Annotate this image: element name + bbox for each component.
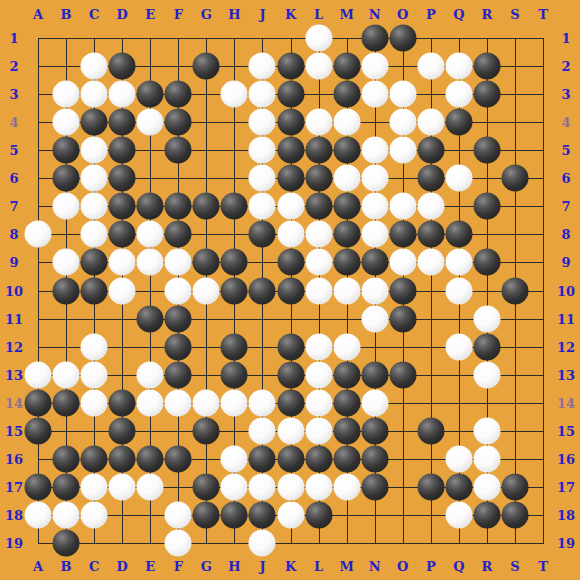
black-stone-K4[interactable] [277, 109, 304, 136]
white-stone-D10[interactable] [109, 277, 136, 304]
black-stone-J8[interactable] [249, 221, 276, 248]
row-label-left-2: 2 [9, 60, 18, 73]
black-stone-K12[interactable] [277, 333, 304, 360]
black-stone-C9[interactable] [81, 249, 108, 276]
row-label-right-17: 17 [557, 480, 575, 493]
black-stone-F8[interactable] [165, 221, 192, 248]
black-stone-J18[interactable] [249, 502, 276, 529]
white-stone-M17[interactable] [333, 473, 360, 500]
black-stone-P17[interactable] [417, 473, 444, 500]
row-label-right-15: 15 [557, 424, 575, 437]
white-stone-L14[interactable] [305, 389, 332, 416]
column-label-bottom-A: A [33, 560, 43, 573]
black-stone-F16[interactable] [165, 445, 192, 472]
black-stone-K16[interactable] [277, 445, 304, 472]
white-stone-Q9[interactable] [445, 249, 472, 276]
black-stone-F3[interactable] [165, 81, 192, 108]
white-stone-N7[interactable] [361, 193, 388, 220]
white-stone-Q6[interactable] [445, 165, 472, 192]
row-label-right-12: 12 [557, 340, 575, 353]
column-label-bottom-N: N [369, 560, 381, 573]
white-stone-C12[interactable] [81, 333, 108, 360]
row-label-right-4: 4 [561, 116, 570, 129]
white-stone-J17[interactable] [249, 473, 276, 500]
row-label-right-14: 14 [557, 396, 575, 409]
white-stone-D17[interactable] [109, 473, 136, 500]
black-stone-F5[interactable] [165, 137, 192, 164]
black-stone-E3[interactable] [137, 81, 164, 108]
white-stone-K8[interactable] [277, 221, 304, 248]
white-stone-M12[interactable] [333, 333, 360, 360]
white-stone-J3[interactable] [249, 81, 276, 108]
black-stone-M5[interactable] [333, 137, 360, 164]
black-stone-R9[interactable] [473, 249, 500, 276]
black-stone-Q17[interactable] [445, 473, 472, 500]
column-label-bottom-T: T [538, 560, 548, 573]
row-label-right-11: 11 [557, 312, 575, 325]
black-stone-H18[interactable] [221, 502, 248, 529]
white-stone-L9[interactable] [305, 249, 332, 276]
white-stone-N2[interactable] [361, 53, 388, 80]
black-stone-S10[interactable] [502, 277, 529, 304]
black-stone-K14[interactable] [277, 389, 304, 416]
column-label-bottom-M: M [339, 560, 353, 573]
column-label-top-M: M [339, 8, 353, 21]
black-stone-M3[interactable] [333, 81, 360, 108]
white-stone-G10[interactable] [193, 277, 220, 304]
white-stone-R15[interactable] [473, 417, 500, 444]
white-stone-C3[interactable] [81, 81, 108, 108]
white-stone-J5[interactable] [249, 137, 276, 164]
black-stone-D15[interactable] [109, 417, 136, 444]
row-label-left-6: 6 [9, 172, 18, 185]
black-stone-G17[interactable] [193, 473, 220, 500]
white-stone-K7[interactable] [277, 193, 304, 220]
black-stone-R18[interactable] [473, 502, 500, 529]
white-stone-A8[interactable] [25, 221, 52, 248]
black-stone-C16[interactable] [81, 445, 108, 472]
black-stone-K2[interactable] [277, 53, 304, 80]
white-stone-J4[interactable] [249, 109, 276, 136]
grid-line-vertical [543, 38, 544, 544]
row-label-left-3: 3 [9, 88, 18, 101]
white-stone-B18[interactable] [53, 502, 80, 529]
white-stone-F18[interactable] [165, 502, 192, 529]
grid-line-horizontal [38, 319, 544, 320]
white-stone-D9[interactable] [109, 249, 136, 276]
white-stone-L13[interactable] [305, 361, 332, 388]
column-label-top-B: B [61, 8, 72, 21]
row-label-left-5: 5 [9, 144, 18, 157]
row-label-left-13: 13 [5, 368, 23, 381]
column-label-bottom-S: S [510, 560, 519, 573]
white-stone-C7[interactable] [81, 193, 108, 220]
column-label-bottom-K: K [285, 560, 296, 573]
black-stone-K6[interactable] [277, 165, 304, 192]
black-stone-G7[interactable] [193, 193, 220, 220]
column-label-bottom-C: C [89, 560, 99, 573]
black-stone-F13[interactable] [165, 361, 192, 388]
column-label-top-H: H [228, 8, 240, 21]
black-stone-K10[interactable] [277, 277, 304, 304]
white-stone-J15[interactable] [249, 417, 276, 444]
black-stone-A14[interactable] [25, 389, 52, 416]
black-stone-R5[interactable] [473, 137, 500, 164]
column-label-bottom-D: D [117, 560, 128, 573]
column-label-top-S: S [510, 8, 519, 21]
black-stone-A15[interactable] [25, 417, 52, 444]
white-stone-K18[interactable] [277, 502, 304, 529]
black-stone-D5[interactable] [109, 137, 136, 164]
white-stone-Q12[interactable] [445, 333, 472, 360]
black-stone-P5[interactable] [417, 137, 444, 164]
white-stone-Q16[interactable] [445, 445, 472, 472]
black-stone-S17[interactable] [502, 473, 529, 500]
black-stone-L6[interactable] [305, 165, 332, 192]
row-label-right-7: 7 [561, 200, 570, 213]
white-stone-L1[interactable] [305, 25, 332, 52]
column-label-bottom-Q: Q [453, 560, 464, 573]
column-label-bottom-L: L [314, 560, 323, 573]
row-label-left-17: 17 [5, 480, 23, 493]
black-stone-H13[interactable] [221, 361, 248, 388]
white-stone-H3[interactable] [221, 81, 248, 108]
white-stone-N6[interactable] [361, 165, 388, 192]
column-label-bottom-P: P [426, 560, 436, 573]
white-stone-J14[interactable] [249, 389, 276, 416]
white-stone-K15[interactable] [277, 417, 304, 444]
column-label-bottom-G: G [201, 560, 212, 573]
black-stone-E7[interactable] [137, 193, 164, 220]
black-stone-D7[interactable] [109, 193, 136, 220]
row-label-right-9: 9 [561, 256, 570, 269]
white-stone-H17[interactable] [221, 473, 248, 500]
black-stone-G15[interactable] [193, 417, 220, 444]
column-label-bottom-F: F [174, 560, 183, 573]
white-stone-L17[interactable] [305, 473, 332, 500]
black-stone-G2[interactable] [193, 53, 220, 80]
row-label-right-3: 3 [561, 88, 570, 101]
black-stone-B14[interactable] [53, 389, 80, 416]
black-stone-R3[interactable] [473, 81, 500, 108]
white-stone-Q18[interactable] [445, 502, 472, 529]
black-stone-J10[interactable] [249, 277, 276, 304]
white-stone-N10[interactable] [361, 277, 388, 304]
white-stone-H14[interactable] [221, 389, 248, 416]
black-stone-Q4[interactable] [445, 109, 472, 136]
column-label-top-K: K [285, 8, 296, 21]
column-label-bottom-R: R [482, 560, 493, 573]
row-label-right-16: 16 [557, 452, 575, 465]
black-stone-D14[interactable] [109, 389, 136, 416]
white-stone-J7[interactable] [249, 193, 276, 220]
column-label-top-L: L [314, 8, 323, 21]
black-stone-M16[interactable] [333, 445, 360, 472]
white-stone-J6[interactable] [249, 165, 276, 192]
white-stone-K17[interactable] [277, 473, 304, 500]
white-stone-C14[interactable] [81, 389, 108, 416]
column-label-top-E: E [145, 8, 155, 21]
row-label-left-4: 4 [9, 116, 18, 129]
white-stone-Q3[interactable] [445, 81, 472, 108]
black-stone-M8[interactable] [333, 221, 360, 248]
row-label-left-14: 14 [5, 396, 23, 409]
column-label-bottom-O: O [397, 560, 408, 573]
black-stone-F12[interactable] [165, 333, 192, 360]
white-stone-B3[interactable] [53, 81, 80, 108]
white-stone-C17[interactable] [81, 473, 108, 500]
black-stone-K5[interactable] [277, 137, 304, 164]
black-stone-N17[interactable] [361, 473, 388, 500]
black-stone-F7[interactable] [165, 193, 192, 220]
black-stone-O13[interactable] [389, 361, 416, 388]
black-stone-F4[interactable] [165, 109, 192, 136]
white-stone-M4[interactable] [333, 109, 360, 136]
white-stone-C2[interactable] [81, 53, 108, 80]
black-stone-D2[interactable] [109, 53, 136, 80]
column-label-bottom-H: H [228, 560, 240, 573]
black-stone-M15[interactable] [333, 417, 360, 444]
column-label-top-Q: Q [453, 8, 464, 21]
row-label-right-6: 6 [561, 172, 570, 185]
column-label-bottom-E: E [145, 560, 155, 573]
black-stone-E16[interactable] [137, 445, 164, 472]
white-stone-N8[interactable] [361, 221, 388, 248]
row-label-left-12: 12 [5, 340, 23, 353]
white-stone-E4[interactable] [137, 109, 164, 136]
white-stone-M6[interactable] [333, 165, 360, 192]
black-stone-O11[interactable] [389, 305, 416, 332]
white-stone-F19[interactable] [165, 530, 192, 557]
white-stone-P4[interactable] [417, 109, 444, 136]
white-stone-L12[interactable] [305, 333, 332, 360]
row-label-right-13: 13 [557, 368, 575, 381]
black-stone-H7[interactable] [221, 193, 248, 220]
white-stone-C8[interactable] [81, 221, 108, 248]
column-label-top-C: C [89, 8, 99, 21]
row-label-left-10: 10 [5, 284, 23, 297]
white-stone-Q10[interactable] [445, 277, 472, 304]
black-stone-N9[interactable] [361, 249, 388, 276]
black-stone-F11[interactable] [165, 305, 192, 332]
white-stone-E13[interactable] [137, 361, 164, 388]
black-stone-B17[interactable] [53, 473, 80, 500]
column-label-top-R: R [482, 8, 493, 21]
black-stone-O8[interactable] [389, 221, 416, 248]
column-label-top-N: N [369, 8, 381, 21]
row-label-right-10: 10 [557, 284, 575, 297]
white-stone-J2[interactable] [249, 53, 276, 80]
column-label-top-O: O [397, 8, 408, 21]
grid-line-horizontal [38, 543, 544, 544]
column-label-top-J: J [259, 8, 265, 21]
black-stone-B5[interactable] [53, 137, 80, 164]
black-stone-M13[interactable] [333, 361, 360, 388]
row-label-left-11: 11 [5, 312, 23, 325]
black-stone-E11[interactable] [137, 305, 164, 332]
black-stone-B6[interactable] [53, 165, 80, 192]
row-label-left-1: 1 [9, 32, 18, 45]
go-board[interactable]: AABBCCDDEEFFGGHHJJKKLLMMNNOOPPQQRRSSTT11… [0, 0, 580, 580]
black-stone-R12[interactable] [473, 333, 500, 360]
white-stone-Q2[interactable] [445, 53, 472, 80]
white-stone-H16[interactable] [221, 445, 248, 472]
black-stone-O1[interactable] [389, 25, 416, 52]
white-stone-A18[interactable] [25, 502, 52, 529]
black-stone-S6[interactable] [502, 165, 529, 192]
white-stone-O3[interactable] [389, 81, 416, 108]
row-label-left-16: 16 [5, 452, 23, 465]
row-label-left-8: 8 [9, 228, 18, 241]
white-stone-B9[interactable] [53, 249, 80, 276]
black-stone-R7[interactable] [473, 193, 500, 220]
black-stone-R2[interactable] [473, 53, 500, 80]
black-stone-G18[interactable] [193, 502, 220, 529]
black-stone-Q8[interactable] [445, 221, 472, 248]
white-stone-C18[interactable] [81, 502, 108, 529]
black-stone-M7[interactable] [333, 193, 360, 220]
white-stone-E17[interactable] [137, 473, 164, 500]
column-label-top-D: D [117, 8, 128, 21]
black-stone-L18[interactable] [305, 502, 332, 529]
white-stone-J19[interactable] [249, 530, 276, 557]
white-stone-G14[interactable] [193, 389, 220, 416]
black-stone-N15[interactable] [361, 417, 388, 444]
black-stone-H10[interactable] [221, 277, 248, 304]
row-label-left-19: 19 [5, 537, 23, 550]
white-stone-B13[interactable] [53, 361, 80, 388]
white-stone-B4[interactable] [53, 109, 80, 136]
white-stone-O5[interactable] [389, 137, 416, 164]
white-stone-O7[interactable] [389, 193, 416, 220]
black-stone-G9[interactable] [193, 249, 220, 276]
white-stone-F9[interactable] [165, 249, 192, 276]
black-stone-B10[interactable] [53, 277, 80, 304]
black-stone-O10[interactable] [389, 277, 416, 304]
black-stone-D6[interactable] [109, 165, 136, 192]
black-stone-L5[interactable] [305, 137, 332, 164]
black-stone-M14[interactable] [333, 389, 360, 416]
black-stone-K13[interactable] [277, 361, 304, 388]
white-stone-B7[interactable] [53, 193, 80, 220]
white-stone-N11[interactable] [361, 305, 388, 332]
black-stone-H12[interactable] [221, 333, 248, 360]
row-label-right-8: 8 [561, 228, 570, 241]
white-stone-C13[interactable] [81, 361, 108, 388]
black-stone-C4[interactable] [81, 109, 108, 136]
black-stone-P8[interactable] [417, 221, 444, 248]
black-stone-N16[interactable] [361, 445, 388, 472]
row-label-right-18: 18 [557, 509, 575, 522]
white-stone-F14[interactable] [165, 389, 192, 416]
row-label-right-1: 1 [561, 32, 570, 45]
column-label-top-T: T [538, 8, 548, 21]
white-stone-O9[interactable] [389, 249, 416, 276]
white-stone-N5[interactable] [361, 137, 388, 164]
white-stone-N14[interactable] [361, 389, 388, 416]
black-stone-L16[interactable] [305, 445, 332, 472]
row-label-right-2: 2 [561, 60, 570, 73]
black-stone-L7[interactable] [305, 193, 332, 220]
white-stone-L15[interactable] [305, 417, 332, 444]
black-stone-S18[interactable] [502, 502, 529, 529]
black-stone-D8[interactable] [109, 221, 136, 248]
white-stone-R13[interactable] [473, 361, 500, 388]
column-label-bottom-B: B [61, 560, 72, 573]
black-stone-B19[interactable] [53, 530, 80, 557]
white-stone-L2[interactable] [305, 53, 332, 80]
white-stone-P9[interactable] [417, 249, 444, 276]
white-stone-P7[interactable] [417, 193, 444, 220]
black-stone-P15[interactable] [417, 417, 444, 444]
white-stone-N3[interactable] [361, 81, 388, 108]
row-label-right-5: 5 [561, 144, 570, 157]
black-stone-C10[interactable] [81, 277, 108, 304]
black-stone-B16[interactable] [53, 445, 80, 472]
black-stone-J16[interactable] [249, 445, 276, 472]
white-stone-C5[interactable] [81, 137, 108, 164]
row-label-left-9: 9 [9, 256, 18, 269]
black-stone-M2[interactable] [333, 53, 360, 80]
row-label-left-15: 15 [5, 424, 23, 437]
white-stone-P2[interactable] [417, 53, 444, 80]
white-stone-R17[interactable] [473, 473, 500, 500]
black-stone-M9[interactable] [333, 249, 360, 276]
black-stone-D16[interactable] [109, 445, 136, 472]
white-stone-L4[interactable] [305, 109, 332, 136]
white-stone-E8[interactable] [137, 221, 164, 248]
black-stone-K9[interactable] [277, 249, 304, 276]
white-stone-F10[interactable] [165, 277, 192, 304]
white-stone-R11[interactable] [473, 305, 500, 332]
row-label-left-7: 7 [9, 200, 18, 213]
white-stone-L8[interactable] [305, 221, 332, 248]
white-stone-C6[interactable] [81, 165, 108, 192]
white-stone-L10[interactable] [305, 277, 332, 304]
white-stone-D3[interactable] [109, 81, 136, 108]
row-label-left-18: 18 [5, 509, 23, 522]
black-stone-H9[interactable] [221, 249, 248, 276]
black-stone-N1[interactable] [361, 25, 388, 52]
black-stone-N13[interactable] [361, 361, 388, 388]
white-stone-O4[interactable] [389, 109, 416, 136]
white-stone-R16[interactable] [473, 445, 500, 472]
column-label-top-F: F [174, 8, 183, 21]
black-stone-D4[interactable] [109, 109, 136, 136]
column-label-bottom-J: J [259, 560, 265, 573]
black-stone-A17[interactable] [25, 473, 52, 500]
white-stone-E14[interactable] [137, 389, 164, 416]
white-stone-E9[interactable] [137, 249, 164, 276]
white-stone-M10[interactable] [333, 277, 360, 304]
column-label-top-A: A [33, 8, 43, 21]
white-stone-A13[interactable] [25, 361, 52, 388]
black-stone-P6[interactable] [417, 165, 444, 192]
black-stone-K3[interactable] [277, 81, 304, 108]
column-label-top-G: G [201, 8, 212, 21]
row-label-right-19: 19 [557, 537, 575, 550]
column-label-top-P: P [426, 8, 436, 21]
